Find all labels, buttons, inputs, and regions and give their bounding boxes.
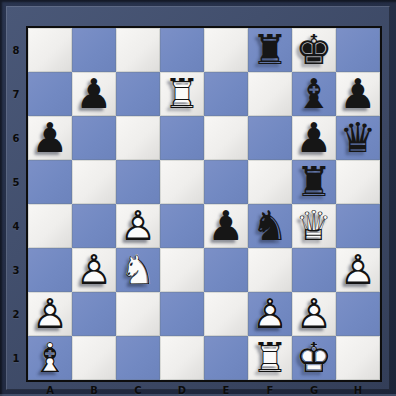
piece-black-pawn-e4[interactable]: ♟ [204,204,248,248]
square-f5[interactable] [248,160,292,204]
piece-white-pawn-f2[interactable]: ♟♙ [248,292,292,336]
square-b2[interactable] [72,292,116,336]
black-knight-icon: ♞ [248,204,292,248]
square-h6[interactable]: ♛ [336,116,380,160]
piece-white-pawn-a2[interactable]: ♟♙ [28,292,72,336]
piece-black-rook-f8[interactable]: ♜ [248,28,292,72]
file-label-e: E [204,382,248,396]
square-b6[interactable] [72,116,116,160]
square-b5[interactable] [72,160,116,204]
rank-label-5: 5 [6,160,26,204]
white-bishop-outline-icon: ♗ [28,336,72,380]
square-h1[interactable] [336,336,380,380]
file-label-c: C [116,382,160,396]
square-e2[interactable] [204,292,248,336]
white-pawn-icon: ♟ [336,248,380,292]
square-f7[interactable] [248,72,292,116]
white-bishop-icon: ♝ [28,336,72,380]
square-c3[interactable]: ♞♘ [116,248,160,292]
chess-diagram: 87654321 ABCDEFGH ♜♚♟♜♖♝♟♟♟♛♜♟♙♟♞♛♕♟♙♞♘♟… [0,0,396,396]
white-rook-outline-icon: ♖ [160,72,204,116]
square-d1[interactable] [160,336,204,380]
square-b7[interactable]: ♟ [72,72,116,116]
square-b3[interactable]: ♟♙ [72,248,116,292]
piece-white-rook-d7[interactable]: ♜♖ [160,72,204,116]
piece-black-pawn-h7[interactable]: ♟ [336,72,380,116]
square-g1[interactable]: ♚♔ [292,336,336,380]
square-f4[interactable]: ♞ [248,204,292,248]
square-g4[interactable]: ♛♕ [292,204,336,248]
white-pawn-outline-icon: ♙ [292,292,336,336]
piece-white-pawn-b3[interactable]: ♟♙ [72,248,116,292]
square-d8[interactable] [160,28,204,72]
square-a2[interactable]: ♟♙ [28,292,72,336]
rank-label-6: 6 [6,116,26,160]
file-label-d: D [160,382,204,396]
square-e1[interactable] [204,336,248,380]
square-g8[interactable]: ♚ [292,28,336,72]
square-c7[interactable] [116,72,160,116]
white-knight-outline-icon: ♘ [116,248,160,292]
white-pawn-outline-icon: ♙ [336,248,380,292]
black-pawn-icon: ♟ [28,116,72,160]
file-label-g: G [292,382,336,396]
white-pawn-outline-icon: ♙ [72,248,116,292]
square-b1[interactable] [72,336,116,380]
black-pawn-icon: ♟ [72,72,116,116]
file-label-h: H [336,382,380,396]
square-g3[interactable] [292,248,336,292]
white-pawn-outline-icon: ♙ [248,292,292,336]
piece-white-pawn-g2[interactable]: ♟♙ [292,292,336,336]
square-h7[interactable]: ♟ [336,72,380,116]
square-f3[interactable] [248,248,292,292]
white-rook-icon: ♜ [160,72,204,116]
rank-label-3: 3 [6,248,26,292]
square-c1[interactable] [116,336,160,380]
chess-board[interactable]: ♜♚♟♜♖♝♟♟♟♛♜♟♙♟♞♛♕♟♙♞♘♟♙♟♙♟♙♟♙♝♗♜♖♚♔ [26,26,382,382]
square-a7[interactable] [28,72,72,116]
square-f8[interactable]: ♜ [248,28,292,72]
rank-label-4: 4 [6,204,26,248]
square-e8[interactable] [204,28,248,72]
piece-black-queen-h6[interactable]: ♛ [336,116,380,160]
file-label-b: B [72,382,116,396]
black-king-icon: ♚ [292,28,336,72]
square-c2[interactable] [116,292,160,336]
white-pawn-icon: ♟ [72,248,116,292]
square-d4[interactable] [160,204,204,248]
square-b8[interactable] [72,28,116,72]
rank-labels: 87654321 [6,28,26,380]
square-a1[interactable]: ♝♗ [28,336,72,380]
square-g2[interactable]: ♟♙ [292,292,336,336]
rank-label-8: 8 [6,28,26,72]
square-e6[interactable] [204,116,248,160]
piece-black-knight-f4[interactable]: ♞ [248,204,292,248]
white-pawn-icon: ♟ [292,292,336,336]
piece-white-bishop-a1[interactable]: ♝♗ [28,336,72,380]
square-c4[interactable]: ♟♙ [116,204,160,248]
piece-black-king-g8[interactable]: ♚ [292,28,336,72]
square-d3[interactable] [160,248,204,292]
square-c6[interactable] [116,116,160,160]
white-pawn-icon: ♟ [28,292,72,336]
black-rook-icon: ♜ [292,160,336,204]
rank-label-7: 7 [6,72,26,116]
square-f2[interactable]: ♟♙ [248,292,292,336]
white-pawn-icon: ♟ [248,292,292,336]
white-rook-icon: ♜ [248,336,292,380]
piece-black-bishop-g7[interactable]: ♝ [292,72,336,116]
square-a3[interactable] [28,248,72,292]
white-king-icon: ♚ [292,336,336,380]
file-labels: ABCDEFGH [28,382,380,396]
square-g5[interactable]: ♜ [292,160,336,204]
square-g7[interactable]: ♝ [292,72,336,116]
white-knight-icon: ♞ [116,248,160,292]
square-b4[interactable] [72,204,116,248]
rank-label-2: 2 [6,292,26,336]
white-pawn-outline-icon: ♙ [28,292,72,336]
square-h8[interactable] [336,28,380,72]
black-pawn-icon: ♟ [292,116,336,160]
square-a5[interactable] [28,160,72,204]
piece-white-queen-g4[interactable]: ♛♕ [292,204,336,248]
square-d2[interactable] [160,292,204,336]
square-a4[interactable] [28,204,72,248]
square-g6[interactable]: ♟ [292,116,336,160]
white-pawn-icon: ♟ [116,204,160,248]
piece-black-rook-g5[interactable]: ♜ [292,160,336,204]
square-a6[interactable]: ♟ [28,116,72,160]
square-h3[interactable]: ♟♙ [336,248,380,292]
square-e5[interactable] [204,160,248,204]
square-h4[interactable] [336,204,380,248]
piece-white-knight-c3[interactable]: ♞♘ [116,248,160,292]
square-d5[interactable] [160,160,204,204]
piece-black-pawn-g6[interactable]: ♟ [292,116,336,160]
black-queen-icon: ♛ [336,116,380,160]
white-king-outline-icon: ♔ [292,336,336,380]
square-h5[interactable] [336,160,380,204]
piece-white-rook-f1[interactable]: ♜♖ [248,336,292,380]
black-rook-icon: ♜ [248,28,292,72]
square-f6[interactable] [248,116,292,160]
file-label-a: A [28,382,72,396]
piece-white-pawn-h3[interactable]: ♟♙ [336,248,380,292]
square-c8[interactable] [116,28,160,72]
square-e7[interactable] [204,72,248,116]
black-bishop-icon: ♝ [292,72,336,116]
board-frame: 87654321 ABCDEFGH ♜♚♟♜♖♝♟♟♟♛♜♟♙♟♞♛♕♟♙♞♘♟… [6,6,390,390]
square-c5[interactable] [116,160,160,204]
piece-white-king-g1[interactable]: ♚♔ [292,336,336,380]
square-a8[interactable] [28,28,72,72]
square-h2[interactable] [336,292,380,336]
piece-black-pawn-b7[interactable]: ♟ [72,72,116,116]
black-pawn-icon: ♟ [204,204,248,248]
white-rook-outline-icon: ♖ [248,336,292,380]
square-e4[interactable]: ♟ [204,204,248,248]
piece-black-pawn-a6[interactable]: ♟ [28,116,72,160]
square-d6[interactable] [160,116,204,160]
square-f1[interactable]: ♜♖ [248,336,292,380]
rank-label-1: 1 [6,336,26,380]
piece-white-pawn-c4[interactable]: ♟♙ [116,204,160,248]
square-e3[interactable] [204,248,248,292]
square-d7[interactable]: ♜♖ [160,72,204,116]
white-queen-icon: ♛ [292,204,336,248]
white-queen-outline-icon: ♕ [292,204,336,248]
black-pawn-icon: ♟ [336,72,380,116]
white-pawn-outline-icon: ♙ [116,204,160,248]
file-label-f: F [248,382,292,396]
